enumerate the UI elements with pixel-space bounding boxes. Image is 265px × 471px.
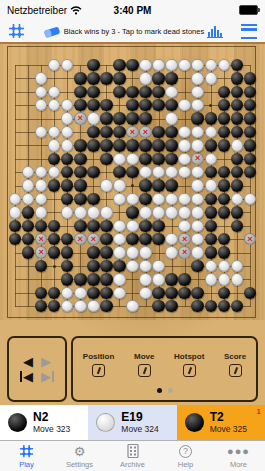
white-stone[interactable] [61, 206, 74, 219]
white-stone[interactable] [35, 206, 48, 219]
white-stone[interactable] [126, 220, 139, 233]
dead-marked-stone[interactable]: × [74, 112, 87, 125]
black-stone[interactable] [165, 139, 178, 152]
black-stone[interactable] [87, 99, 100, 112]
black-stone-icon [185, 413, 204, 432]
black-stone[interactable] [231, 86, 244, 99]
move-toggle[interactable]: Move [134, 352, 154, 377]
page-dot-inactive [168, 388, 173, 393]
black-stone[interactable] [113, 166, 126, 179]
white-stone[interactable] [35, 72, 48, 85]
black-stone[interactable] [139, 233, 152, 246]
black-stone[interactable] [152, 86, 165, 99]
black-stone[interactable] [231, 153, 244, 166]
black-stone[interactable] [244, 112, 257, 125]
white-stone[interactable] [231, 139, 244, 152]
white-stone[interactable] [35, 179, 48, 192]
black-stone[interactable] [218, 287, 231, 300]
position-toggle[interactable]: Position [83, 352, 115, 377]
white-stone-icon [96, 413, 115, 432]
white-stone[interactable] [152, 273, 165, 286]
white-stone[interactable] [113, 233, 126, 246]
position-checkbox-icon [92, 364, 105, 377]
status-message: Black wins by 3 - Tap to mark dead stone… [61, 27, 207, 36]
black-stone[interactable] [152, 126, 165, 139]
white-stone[interactable] [191, 139, 204, 152]
black-stone[interactable] [165, 72, 178, 85]
dead-marked-stone[interactable]: × [178, 246, 191, 259]
black-stone[interactable] [218, 112, 231, 125]
black-stone[interactable] [113, 260, 126, 273]
white-stone[interactable] [191, 59, 204, 72]
black-stone[interactable] [113, 126, 126, 139]
gear-icon: ⚙ [74, 444, 86, 459]
score-checkbox-icon [229, 364, 242, 377]
white-stone[interactable] [87, 206, 100, 219]
black-stone[interactable] [126, 233, 139, 246]
black-stone[interactable] [100, 72, 113, 85]
page-indicator[interactable] [73, 388, 256, 393]
white-stone[interactable] [165, 206, 178, 219]
white-stone[interactable] [205, 179, 218, 192]
black-stone[interactable] [126, 99, 139, 112]
white-stone[interactable] [139, 246, 152, 259]
black-stone[interactable] [87, 86, 100, 99]
white-stone[interactable] [113, 287, 126, 300]
white-stone[interactable] [165, 193, 178, 206]
black-stone[interactable] [165, 126, 178, 139]
white-stone[interactable] [152, 260, 165, 273]
hotspot-toggle[interactable]: Hotspot [174, 352, 204, 377]
black-stone[interactable] [87, 139, 100, 152]
white-stone[interactable] [113, 273, 126, 286]
black-stone[interactable] [139, 139, 152, 152]
white-stone[interactable] [152, 193, 165, 206]
white-stone[interactable] [178, 59, 191, 72]
white-stone[interactable] [139, 59, 152, 72]
white-stone[interactable] [191, 246, 204, 259]
white-stone[interactable] [165, 246, 178, 259]
black-stone[interactable] [152, 139, 165, 152]
to-end-button[interactable]: ▶ [41, 370, 55, 383]
tab-play[interactable]: Play [0, 441, 53, 471]
white-stone[interactable] [191, 220, 204, 233]
black-stone[interactable] [218, 206, 231, 219]
white-stone[interactable] [113, 220, 126, 233]
white-stone[interactable] [139, 260, 152, 273]
black-stone[interactable] [113, 72, 126, 85]
black-stone[interactable] [74, 99, 87, 112]
black-stone[interactable] [205, 220, 218, 233]
white-stone[interactable] [178, 220, 191, 233]
white-stone[interactable] [152, 206, 165, 219]
black-stone[interactable] [165, 179, 178, 192]
white-stone[interactable] [113, 179, 126, 192]
white-stone[interactable] [126, 260, 139, 273]
white-stone[interactable] [218, 273, 231, 286]
archive-building-icon [127, 444, 139, 458]
black-stone[interactable] [191, 287, 204, 300]
black-stone[interactable] [244, 72, 257, 85]
app-screen: Netzbetreiber 3:40 PM [0, 0, 265, 471]
dead-marked-stone[interactable]: × [87, 233, 100, 246]
black-stone[interactable] [231, 220, 244, 233]
tab-bar: Play ⚙ Settings Archive ? Help [0, 440, 265, 471]
go-board[interactable]: ××××××××××× [0, 42, 265, 320]
back-button[interactable]: ◀ [23, 355, 33, 368]
black-stone[interactable] [139, 86, 152, 99]
black-stone[interactable] [100, 153, 113, 166]
clock: 3:40 PM [0, 5, 265, 16]
black-stone[interactable] [218, 246, 231, 259]
white-stone[interactable] [113, 193, 126, 206]
move-entry-325-current[interactable]: T2 Move 325 1 [177, 405, 265, 440]
dead-marked-stone[interactable]: × [191, 153, 204, 166]
white-stone[interactable] [205, 153, 218, 166]
black-stone[interactable] [100, 112, 113, 125]
black-stone[interactable] [100, 126, 113, 139]
move-list-bar: N2 Move 323 E19 Move 324 T2 Move 325 1 [0, 405, 265, 440]
white-stone[interactable] [139, 166, 152, 179]
white-stone[interactable] [205, 72, 218, 85]
black-stone[interactable] [113, 112, 126, 125]
move-checkbox-icon [138, 364, 151, 377]
white-stone[interactable] [74, 206, 87, 219]
black-stone[interactable] [231, 112, 244, 125]
chart-icon[interactable] [207, 24, 223, 38]
black-stone[interactable] [205, 139, 218, 152]
white-stone[interactable] [61, 139, 74, 152]
black-stone[interactable] [87, 59, 100, 72]
black-stone[interactable] [74, 273, 87, 286]
white-stone[interactable] [126, 246, 139, 259]
black-stone[interactable] [87, 166, 100, 179]
black-stone[interactable] [22, 246, 35, 259]
black-stone[interactable] [126, 166, 139, 179]
black-stone[interactable] [74, 139, 87, 152]
black-stone[interactable] [205, 246, 218, 259]
black-stone[interactable] [191, 112, 204, 125]
transport-panel: ◀ ▶ ◀ ▶ [7, 336, 67, 402]
dead-marked-stone[interactable]: × [126, 126, 139, 139]
black-stone[interactable] [218, 86, 231, 99]
black-stone[interactable] [152, 287, 165, 300]
white-stone[interactable] [87, 112, 100, 125]
toolbar: Black wins by 3 - Tap to mark dead stone… [0, 20, 265, 42]
menu-icon[interactable] [241, 24, 257, 39]
black-stone[interactable] [100, 139, 113, 152]
move-entry-323[interactable]: N2 Move 323 [0, 405, 88, 440]
white-stone[interactable] [165, 112, 178, 125]
white-stone[interactable] [191, 72, 204, 85]
white-stone[interactable] [100, 206, 113, 219]
white-stone[interactable] [139, 206, 152, 219]
star-point [209, 104, 212, 107]
black-stone[interactable] [231, 179, 244, 192]
black-stone[interactable] [87, 193, 100, 206]
black-stone[interactable] [152, 72, 165, 85]
white-stone[interactable] [139, 72, 152, 85]
black-stone[interactable] [244, 139, 257, 152]
black-stone[interactable] [74, 193, 87, 206]
black-stone[interactable] [244, 153, 257, 166]
black-stone[interactable] [126, 139, 139, 152]
white-stone[interactable] [113, 246, 126, 259]
tab-help[interactable]: ? Help [159, 441, 212, 471]
play-board-icon [19, 444, 34, 458]
board-icon[interactable] [8, 23, 25, 39]
black-stone[interactable] [165, 273, 178, 286]
black-stone[interactable] [126, 86, 139, 99]
control-area: ◀ ▶ ◀ ▶ Position Move Hotspot [0, 320, 265, 405]
black-stone[interactable] [152, 153, 165, 166]
black-stone[interactable] [126, 59, 139, 72]
black-stone[interactable] [218, 179, 231, 192]
white-stone[interactable] [231, 273, 244, 286]
white-stone[interactable] [126, 193, 139, 206]
white-stone[interactable] [74, 287, 87, 300]
white-stone[interactable] [87, 300, 100, 313]
white-stone[interactable] [22, 179, 35, 192]
more-icon: ●●● [227, 444, 250, 459]
black-stone[interactable] [100, 273, 113, 286]
black-stone[interactable] [100, 220, 113, 233]
black-stone[interactable] [139, 99, 152, 112]
eraser-icon[interactable] [43, 24, 61, 39]
move-entry-324[interactable]: E19 Move 324 [88, 405, 176, 440]
black-stone[interactable] [87, 72, 100, 85]
black-stone[interactable] [139, 179, 152, 192]
white-stone[interactable] [9, 206, 22, 219]
tab-archive[interactable]: Archive [106, 441, 159, 471]
black-stone[interactable] [100, 300, 113, 313]
white-stone[interactable] [165, 86, 178, 99]
black-stone[interactable] [139, 220, 152, 233]
black-stone[interactable] [126, 112, 139, 125]
battery-icon [239, 5, 258, 15]
black-stone[interactable] [87, 126, 100, 139]
white-stone[interactable] [139, 273, 152, 286]
white-stone[interactable] [191, 126, 204, 139]
black-stone[interactable] [113, 139, 126, 152]
black-stone[interactable] [191, 260, 204, 273]
white-stone[interactable] [74, 300, 87, 313]
forward-button[interactable]: ▶ [41, 355, 51, 368]
black-stone[interactable] [87, 220, 100, 233]
black-stone[interactable] [205, 112, 218, 125]
black-stone[interactable] [22, 206, 35, 219]
white-stone[interactable] [126, 153, 139, 166]
white-stone[interactable] [191, 193, 204, 206]
black-stone[interactable] [218, 139, 231, 152]
black-stone[interactable] [139, 193, 152, 206]
white-stone[interactable] [178, 126, 191, 139]
black-stone[interactable] [231, 206, 244, 219]
white-stone[interactable] [191, 206, 204, 219]
black-stone[interactable] [100, 287, 113, 300]
black-stone[interactable] [231, 72, 244, 85]
tab-more[interactable]: ●●● More [212, 441, 265, 471]
white-stone[interactable] [100, 179, 113, 192]
black-stone[interactable] [100, 246, 113, 259]
black-stone-icon [8, 413, 27, 432]
star-point [53, 265, 56, 268]
page-dot-active [157, 388, 162, 393]
white-stone[interactable] [178, 153, 191, 166]
black-stone[interactable] [165, 153, 178, 166]
dead-marked-stone[interactable]: × [35, 246, 48, 259]
black-stone[interactable] [139, 153, 152, 166]
black-stone[interactable] [74, 166, 87, 179]
black-stone[interactable] [74, 72, 87, 85]
dead-marked-stone[interactable]: × [74, 233, 87, 246]
score-toggle[interactable]: Score [224, 352, 246, 377]
black-stone[interactable] [100, 99, 113, 112]
black-stone[interactable] [126, 206, 139, 219]
black-stone[interactable] [87, 260, 100, 273]
black-stone[interactable] [87, 273, 100, 286]
white-stone[interactable] [165, 59, 178, 72]
black-stone[interactable] [100, 233, 113, 246]
black-stone[interactable] [113, 86, 126, 99]
white-stone[interactable] [126, 300, 139, 313]
black-stone[interactable] [61, 273, 74, 286]
white-stone[interactable] [191, 86, 204, 99]
black-stone[interactable] [244, 287, 257, 300]
black-stone[interactable] [152, 220, 165, 233]
black-stone[interactable] [205, 206, 218, 219]
white-stone[interactable] [178, 139, 191, 152]
black-stone[interactable] [74, 179, 87, 192]
help-icon: ? [179, 445, 192, 458]
black-stone[interactable] [87, 287, 100, 300]
tab-settings[interactable]: ⚙ Settings [53, 441, 106, 471]
white-stone[interactable] [152, 59, 165, 72]
black-stone[interactable] [87, 246, 100, 259]
white-stone[interactable] [178, 193, 191, 206]
black-stone[interactable] [113, 59, 126, 72]
white-stone[interactable] [113, 153, 126, 166]
white-stone[interactable] [205, 273, 218, 286]
view-options-panel: Position Move Hotspot Score [71, 336, 258, 402]
black-stone[interactable] [152, 179, 165, 192]
black-stone[interactable] [74, 86, 87, 99]
black-stone[interactable] [178, 273, 191, 286]
status-bar: Netzbetreiber 3:40 PM [0, 0, 265, 20]
dead-marked-stone[interactable]: × [139, 126, 152, 139]
black-stone[interactable] [244, 86, 257, 99]
black-stone[interactable] [74, 220, 87, 233]
hotspot-checkbox-icon [183, 364, 196, 377]
black-stone[interactable] [165, 287, 178, 300]
to-start-button[interactable]: ◀ [19, 370, 33, 383]
hotspot-badge: 1 [257, 407, 261, 416]
white-stone[interactable] [139, 287, 152, 300]
black-stone[interactable] [178, 287, 191, 300]
white-stone[interactable] [191, 179, 204, 192]
black-stone[interactable] [100, 260, 113, 273]
white-stone[interactable] [178, 206, 191, 219]
white-stone[interactable] [48, 139, 61, 152]
black-stone[interactable] [74, 153, 87, 166]
black-stone[interactable] [139, 112, 152, 125]
